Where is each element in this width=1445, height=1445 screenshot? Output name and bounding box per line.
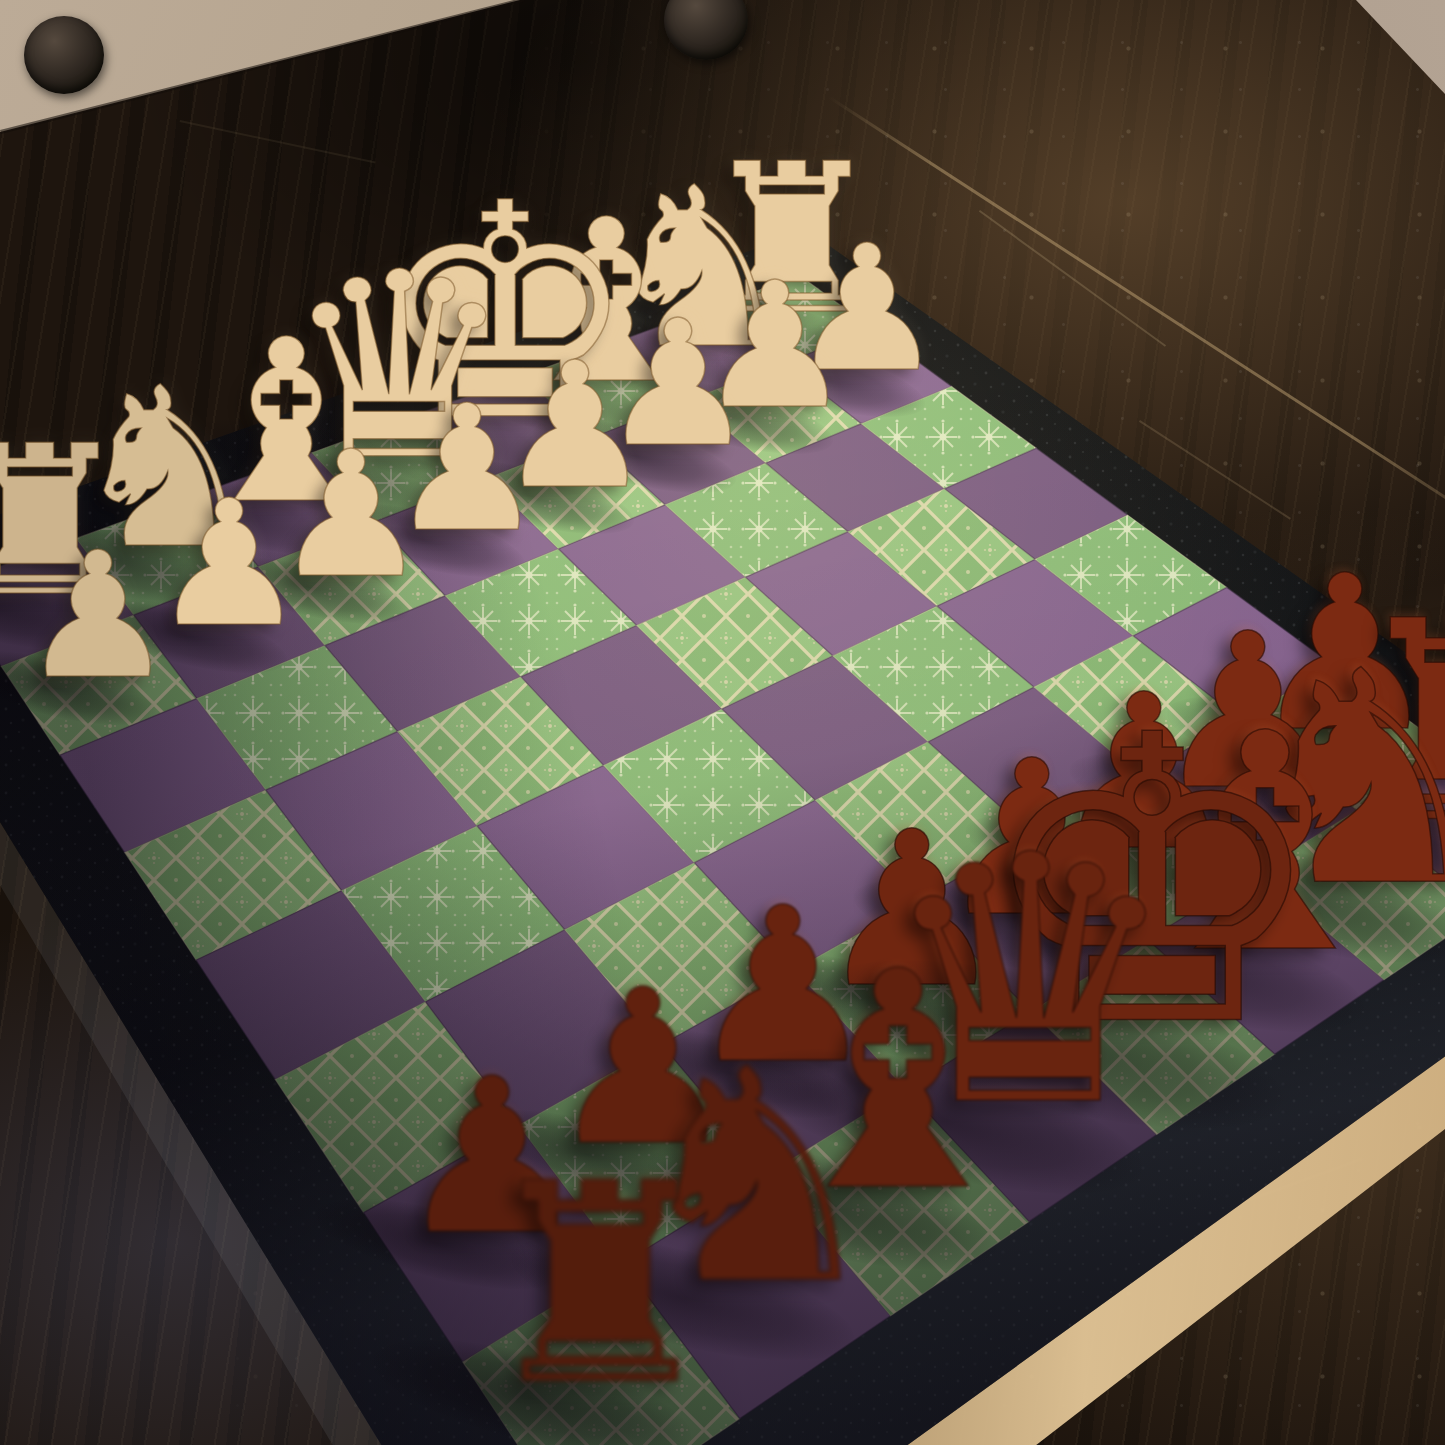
piece-black-r-a8[interactable]: ♜ bbox=[476, 1147, 723, 1423]
piece-white-p-a2[interactable]: ♟ bbox=[20, 529, 176, 703]
photo-scene: ♜♞♝♛♚♝♞♜♟♟♟♟♟♟♟♟♟♟♟♟♟♟♟♟♜♞♝♛♚♝♞♜ bbox=[0, 0, 1445, 1445]
